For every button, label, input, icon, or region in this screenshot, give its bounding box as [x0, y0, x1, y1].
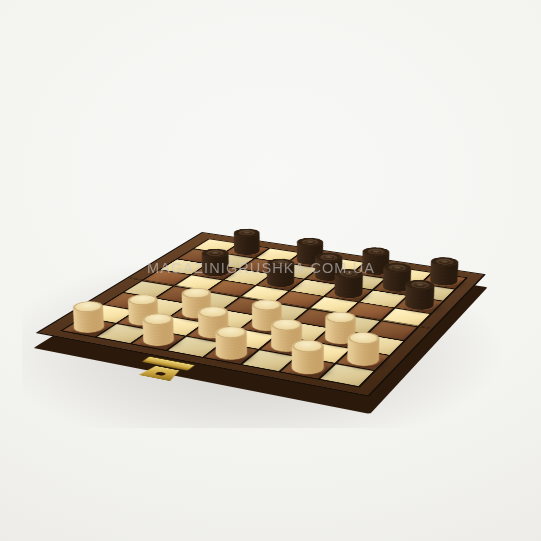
photo-background	[0, 0, 541, 541]
dark-piece-b8[interactable]	[230, 245, 264, 256]
board-frame	[35, 232, 486, 397]
clasp-hole	[154, 372, 167, 377]
board-3d	[35, 232, 486, 397]
